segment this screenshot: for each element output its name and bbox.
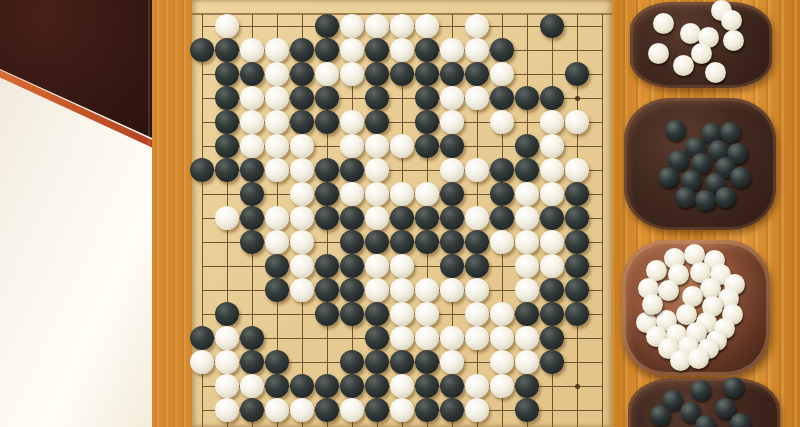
go-stone-white [490, 350, 514, 374]
go-stone-black [240, 230, 264, 254]
go-stone-black [315, 38, 339, 62]
go-stone-black [240, 398, 264, 422]
go-stone-black [490, 86, 514, 110]
go-stone-white [465, 86, 489, 110]
go-stone-white [390, 14, 414, 38]
tray-stone-black [650, 405, 671, 426]
tray-stone-white [721, 10, 742, 31]
go-stone-black [565, 62, 589, 86]
tray-stone-white [673, 55, 694, 76]
go-stone-white [215, 350, 239, 374]
go-stone-white [540, 254, 564, 278]
go-stone-black [290, 86, 314, 110]
go-stone-black [440, 134, 464, 158]
go-stone-white [365, 134, 389, 158]
go-stone-white [415, 278, 439, 302]
tray-stone-black [730, 413, 751, 427]
go-stone-black [340, 230, 364, 254]
tray-stone-white [723, 30, 744, 51]
go-stone-black [565, 206, 589, 230]
go-stone-black [390, 350, 414, 374]
go-stone-black [415, 350, 439, 374]
go-stone-black [515, 398, 539, 422]
go-stone-white [265, 62, 289, 86]
go-stone-black [215, 62, 239, 86]
go-stone-white [290, 278, 314, 302]
go-stone-black [565, 254, 589, 278]
go-stone-white [540, 134, 564, 158]
bowl-lid-white [630, 2, 772, 88]
go-stone-black [390, 206, 414, 230]
grid-line-vertical [602, 14, 603, 427]
tray-stone-black [675, 187, 696, 208]
go-stone-white [265, 86, 289, 110]
go-stone-white [340, 182, 364, 206]
go-stone-black [190, 38, 214, 62]
go-stone-black [515, 302, 539, 326]
go-stone-black [515, 374, 539, 398]
go-stone-black [540, 326, 564, 350]
go-stone-black [315, 302, 339, 326]
go-stone-black [365, 350, 389, 374]
tray-stone-white [691, 43, 712, 64]
table-plank-edge [148, 0, 194, 427]
go-stone-white [465, 302, 489, 326]
go-stone-black [215, 38, 239, 62]
go-stone-white [215, 374, 239, 398]
go-stone-white [540, 110, 564, 134]
tray-stone-black [690, 380, 711, 401]
go-stone-black [415, 38, 439, 62]
go-stone-black [215, 134, 239, 158]
go-stone-black [215, 158, 239, 182]
go-stone-white [415, 326, 439, 350]
go-stone-white [515, 278, 539, 302]
go-stone-white [215, 206, 239, 230]
go-stone-white [265, 398, 289, 422]
go-stone-black [440, 374, 464, 398]
go-stone-black [440, 254, 464, 278]
go-stone-white [290, 134, 314, 158]
stone-bowl-white [622, 240, 770, 376]
go-stone-white [440, 38, 464, 62]
go-stone-black [315, 86, 339, 110]
go-stone-black [265, 278, 289, 302]
go-stone-white [465, 278, 489, 302]
go-stone-white [515, 206, 539, 230]
go-stone-white [465, 374, 489, 398]
go-stone-white [365, 182, 389, 206]
tray-stone-black [715, 187, 736, 208]
go-stone-black [415, 62, 439, 86]
go-stone-black [365, 110, 389, 134]
go-stone-black [490, 206, 514, 230]
go-stone-white [490, 62, 514, 86]
go-stone-white [240, 374, 264, 398]
go-stone-black [415, 398, 439, 422]
go-stone-black [440, 62, 464, 86]
go-stone-black [340, 302, 364, 326]
go-stone-black [390, 230, 414, 254]
go-stone-white [265, 206, 289, 230]
go-stone-black [240, 182, 264, 206]
go-stone-black [315, 110, 339, 134]
go-stone-white [265, 134, 289, 158]
go-stone-black [440, 206, 464, 230]
go-stone-black [365, 86, 389, 110]
go-stone-black [315, 254, 339, 278]
go-stone-white [540, 230, 564, 254]
go-stone-white [465, 14, 489, 38]
go-stone-white [340, 398, 364, 422]
go-stone-black [315, 278, 339, 302]
go-stone-white [215, 398, 239, 422]
go-stone-black [440, 230, 464, 254]
go-stone-white [290, 230, 314, 254]
go-stone-black [290, 38, 314, 62]
go-stone-black [415, 374, 439, 398]
go-stone-black [240, 350, 264, 374]
go-stone-white [390, 134, 414, 158]
go-stone-white [390, 398, 414, 422]
go-stone-black [340, 278, 364, 302]
go-stone-black [565, 302, 589, 326]
go-stone-black [215, 110, 239, 134]
go-stone-white [515, 182, 539, 206]
go-stone-white [515, 350, 539, 374]
go-stone-black [490, 158, 514, 182]
go-stone-white [515, 230, 539, 254]
go-stone-white [415, 14, 439, 38]
go-stone-white [440, 278, 464, 302]
tray-stone-black [723, 377, 744, 398]
go-stone-black [465, 230, 489, 254]
go-stone-black [315, 374, 339, 398]
go-stone-black [515, 86, 539, 110]
go-stone-black [315, 14, 339, 38]
go-stone-black [340, 374, 364, 398]
go-stone-white [265, 110, 289, 134]
go-stone-white [490, 230, 514, 254]
go-stone-white [365, 278, 389, 302]
go-stone-black [265, 374, 289, 398]
tray-stone-white [642, 294, 663, 315]
go-stone-white [340, 38, 364, 62]
go-stone-black [365, 62, 389, 86]
go-stone-black [540, 350, 564, 374]
go-stone-black [390, 62, 414, 86]
go-stone-white [340, 62, 364, 86]
go-stone-black [265, 350, 289, 374]
tray-stone-black [720, 122, 741, 143]
go-stone-white [390, 374, 414, 398]
go-stone-white [515, 326, 539, 350]
go-stone-white [465, 38, 489, 62]
go-stone-black [340, 350, 364, 374]
go-stone-white [415, 302, 439, 326]
go-stone-white [390, 38, 414, 62]
go-stone-black [440, 398, 464, 422]
go-stone-black [240, 62, 264, 86]
go-stone-white [490, 374, 514, 398]
hoshi-star-point [575, 384, 580, 389]
tray-stone-white [688, 348, 709, 369]
go-stone-white [265, 38, 289, 62]
go-stone-white [390, 254, 414, 278]
go-stone-white [390, 326, 414, 350]
go-stone-black [540, 302, 564, 326]
go-stone-black [490, 38, 514, 62]
go-stone-white [490, 326, 514, 350]
go-stone-black [240, 206, 264, 230]
go-stone-white [340, 110, 364, 134]
go-stone-white [390, 278, 414, 302]
go-stone-white [440, 158, 464, 182]
go-stone-white [290, 182, 314, 206]
go-stone-black [190, 158, 214, 182]
go-stone-white [340, 134, 364, 158]
go-stone-white [315, 62, 339, 86]
go-stone-white [190, 350, 214, 374]
go-stone-black [340, 206, 364, 230]
go-stone-black [540, 206, 564, 230]
go-stone-black [290, 62, 314, 86]
go-stone-white [265, 230, 289, 254]
tray-stone-white [705, 62, 726, 83]
go-stone-white [265, 158, 289, 182]
go-stone-black [215, 302, 239, 326]
go-stone-black [490, 182, 514, 206]
tray-stone-white [653, 13, 674, 34]
tray-stone-black [695, 415, 716, 427]
go-stone-black [215, 86, 239, 110]
go-stone-white [540, 158, 564, 182]
go-stone-white [565, 158, 589, 182]
go-stone-white [440, 110, 464, 134]
go-stone-white [365, 206, 389, 230]
go-stone-white [490, 110, 514, 134]
go-stone-white [540, 182, 564, 206]
go-stone-white [365, 14, 389, 38]
go-stone-black [465, 254, 489, 278]
go-stone-black [365, 398, 389, 422]
go-stone-white [565, 110, 589, 134]
go-stone-black [440, 182, 464, 206]
go-stone-white [415, 182, 439, 206]
go-stone-black [415, 86, 439, 110]
go-board [192, 0, 612, 427]
go-stone-white [440, 350, 464, 374]
go-stone-white [465, 158, 489, 182]
go-stone-white [465, 326, 489, 350]
go-stone-white [240, 86, 264, 110]
go-stone-white [290, 158, 314, 182]
tray-stone-black [658, 167, 679, 188]
go-stone-black [265, 254, 289, 278]
go-stone-black [340, 254, 364, 278]
go-stone-white [515, 254, 539, 278]
go-stone-black [290, 110, 314, 134]
go-stone-black [315, 158, 339, 182]
go-stone-white [390, 182, 414, 206]
tray-stone-white [648, 43, 669, 64]
go-stone-white [240, 134, 264, 158]
go-stone-black [290, 374, 314, 398]
go-stone-black [540, 14, 564, 38]
go-stone-black [365, 326, 389, 350]
go-stone-black [415, 230, 439, 254]
bowl-lid-black [628, 378, 780, 427]
go-stone-white [365, 158, 389, 182]
go-stone-black [540, 278, 564, 302]
go-stone-black [315, 206, 339, 230]
go-stone-white [490, 302, 514, 326]
go-stone-black [565, 278, 589, 302]
go-stone-black [315, 182, 339, 206]
go-stone-black [465, 62, 489, 86]
go-stone-black [365, 230, 389, 254]
go-stone-white [465, 398, 489, 422]
go-stone-black [340, 158, 364, 182]
tray-stone-black [695, 190, 716, 211]
go-stone-black [565, 182, 589, 206]
go-stone-black [415, 110, 439, 134]
go-stone-white [240, 110, 264, 134]
go-stone-black [190, 326, 214, 350]
go-stone-black [515, 158, 539, 182]
go-stone-white [290, 206, 314, 230]
go-stone-white [290, 398, 314, 422]
go-stone-black [515, 134, 539, 158]
go-stone-black [565, 230, 589, 254]
go-stone-white [465, 206, 489, 230]
go-stone-black [240, 158, 264, 182]
go-stone-black [315, 398, 339, 422]
go-stone-white [365, 254, 389, 278]
go-stone-black [415, 206, 439, 230]
hoshi-star-point [575, 96, 580, 101]
go-stone-white [215, 326, 239, 350]
go-stone-white [215, 14, 239, 38]
go-stone-white [290, 254, 314, 278]
go-stone-black [240, 326, 264, 350]
go-stone-white [440, 86, 464, 110]
go-stone-black [540, 86, 564, 110]
go-stone-white [390, 302, 414, 326]
bowl-lid-black [624, 98, 776, 230]
go-game-photo [0, 0, 800, 427]
tray-stone-black [730, 167, 751, 188]
go-stone-black [415, 134, 439, 158]
go-stone-white [240, 38, 264, 62]
go-stone-black [365, 374, 389, 398]
tray-stone-black [665, 120, 686, 141]
go-stone-white [340, 14, 364, 38]
go-stone-black [365, 38, 389, 62]
go-stone-white [440, 326, 464, 350]
go-stone-black [365, 302, 389, 326]
